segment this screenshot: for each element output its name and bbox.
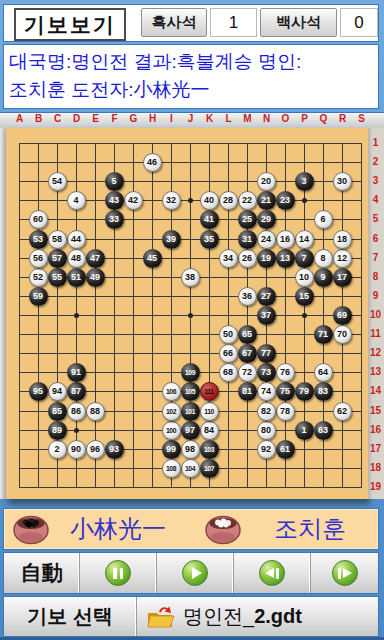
player-panel: 小林光一 조치훈 [3,508,379,550]
board-column-labels [0,112,384,128]
top-bar: 기보보기 흑사석 1 백사석 0 [3,4,379,42]
pause-icon [105,560,131,586]
white-player-name: 조치훈 [242,513,378,545]
auto-play-button[interactable]: 自動 [4,553,80,593]
game-info-line2: 조치훈 도전자:小林光一 [9,76,373,104]
game-info-line1: 대국명:명인전 결과:흑불계승 명인: [9,48,373,76]
step-back-icon [259,560,285,586]
black-captures-value: 1 [210,8,257,37]
file-name-prefix: 명인전_ [183,605,254,627]
play-icon [182,560,208,586]
black-player-name: 小林光一 [50,513,186,545]
black-captures-button[interactable]: 흑사석 [141,8,207,37]
play-button[interactable] [157,553,234,593]
file-bar: 기보 선택 명인전_2.gdt [3,596,379,637]
select-record-button[interactable]: 기보 선택 [4,597,137,636]
step-back-button[interactable] [234,553,311,593]
open-file-button[interactable]: 명인전_2.gdt [137,597,378,636]
baduk-record-viewer: 기보보기 흑사석 1 백사석 0 대국명:명인전 결과:흑불계승 명인: 조치훈… [0,0,384,640]
black-stones-bowl-icon [12,513,50,545]
playback-controls: 自動 [3,552,379,594]
pause-button[interactable] [80,553,157,593]
file-name-bold: 2.gdt [254,605,302,627]
white-stones-bowl-icon [204,513,242,545]
go-board[interactable] [6,128,368,499]
white-captures-button[interactable]: 백사석 [260,8,337,37]
game-info-panel: 대국명:명인전 결과:흑불계승 명인: 조치훈 도전자:小林光一 [3,44,379,109]
open-folder-icon [147,605,175,629]
app-title: 기보보기 [14,8,126,41]
step-forward-button[interactable] [311,553,378,593]
white-captures-value: 0 [340,8,378,37]
file-name: 명인전_2.gdt [183,603,302,630]
board-row-labels [368,128,384,499]
step-forward-icon [332,560,358,586]
